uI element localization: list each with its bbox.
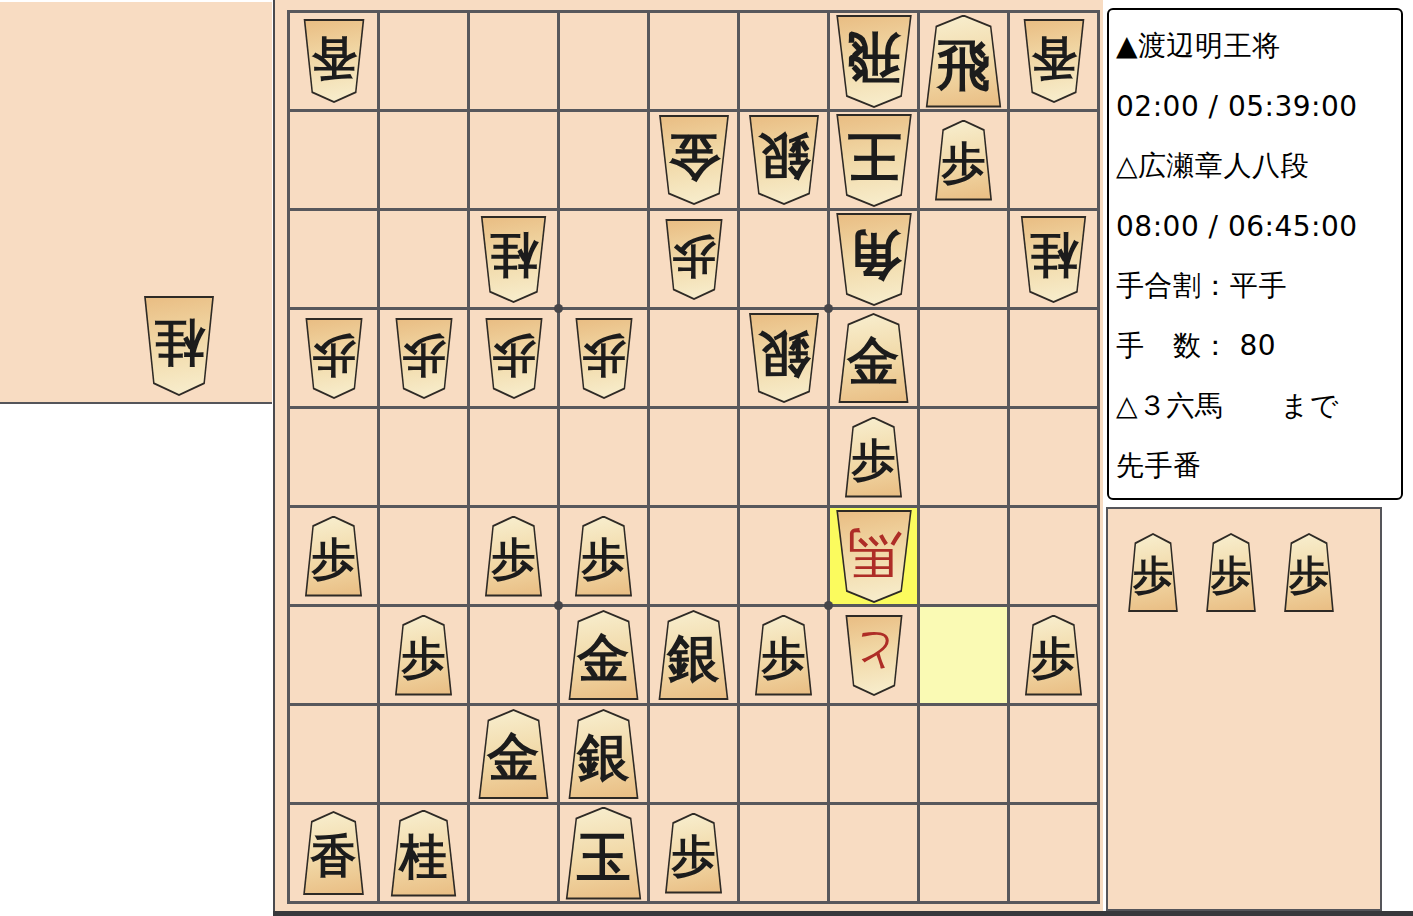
- square-65: [560, 409, 647, 505]
- piece-tokin-gote: と: [843, 615, 905, 696]
- square-39: [830, 805, 917, 901]
- square-61: [560, 13, 647, 109]
- square-35: 歩: [830, 409, 917, 505]
- piece-pawn-sente: 歩: [753, 615, 815, 696]
- player-gote-name: △広瀬章人八段: [1116, 136, 1401, 196]
- square-51: [650, 13, 737, 109]
- last-move-line: △３六馬 まで: [1116, 376, 1401, 436]
- square-58: [650, 706, 737, 802]
- square-68: 銀: [560, 706, 647, 802]
- piece-king-sente: 玉: [563, 807, 645, 900]
- piece-kanji: 歩: [393, 615, 455, 696]
- piece-kanji: 歩: [303, 318, 365, 399]
- square-95: [290, 409, 377, 505]
- player-sente-time: 02:00 / 05:39:00: [1116, 76, 1401, 136]
- square-82: [380, 112, 467, 208]
- square-92: [290, 112, 377, 208]
- piece-kanji: 香: [301, 811, 367, 895]
- square-36: 馬: [830, 508, 917, 604]
- shogi-board-panel: 香飛飛香金銀王歩桂歩角桂歩歩歩歩銀金歩歩歩歩馬歩金銀歩と歩金銀香桂玉歩: [273, 0, 1103, 911]
- piece-kanji: 歩: [843, 417, 905, 498]
- piece-kanji: 歩: [483, 516, 545, 597]
- square-76: 歩: [470, 508, 557, 604]
- piece-kanji: 銀: [746, 115, 822, 205]
- piece-pawn-gote: 歩: [303, 318, 365, 399]
- player-sente-name: ▲渡辺明王将: [1116, 16, 1401, 76]
- piece-kanji: 王: [833, 114, 915, 207]
- game-info-panel: ▲渡辺明王将 02:00 / 05:39:00 △広瀬章人八段 08:00 / …: [1107, 8, 1403, 500]
- square-54: [650, 310, 737, 406]
- piece-knight-gote: 桂: [478, 216, 549, 303]
- piece-bishop-gote: 角: [833, 213, 915, 306]
- square-31: 飛: [830, 13, 917, 109]
- piece-pawn-sente: 歩: [843, 417, 905, 498]
- gote-hand-pieces: 桂: [141, 296, 217, 396]
- piece-kanji: 銀: [656, 610, 732, 700]
- square-11: 香: [1010, 13, 1097, 109]
- piece-kanji: 歩: [1282, 533, 1336, 612]
- piece-pawn-sente: 歩: [1204, 533, 1258, 612]
- square-45: [740, 409, 827, 505]
- piece-pawn-gote: 歩: [483, 318, 545, 399]
- square-42: 銀: [740, 112, 827, 208]
- turn-indicator-line: 先手番: [1116, 436, 1401, 496]
- square-41: [740, 13, 827, 109]
- piece-kanji: 桂: [388, 810, 459, 897]
- square-49: [740, 805, 827, 901]
- piece-kanji: 金: [656, 115, 732, 205]
- square-86: [380, 508, 467, 604]
- piece-kanji: 歩: [573, 516, 635, 597]
- piece-horse-gote: 馬: [833, 510, 915, 603]
- shogi-board-grid: 香飛飛香金銀王歩桂歩角桂歩歩歩歩銀金歩歩歩歩馬歩金銀歩と歩金銀香桂玉歩: [287, 10, 1100, 904]
- piece-kanji: 角: [833, 213, 915, 306]
- square-78: 金: [470, 706, 557, 802]
- square-37: と: [830, 607, 917, 703]
- square-87: 歩: [380, 607, 467, 703]
- square-91: 香: [290, 13, 377, 109]
- square-75: [470, 409, 557, 505]
- piece-kanji: 金: [566, 610, 642, 700]
- square-26: [920, 508, 1007, 604]
- piece-kanji: 歩: [1126, 533, 1180, 612]
- square-53: 歩: [650, 211, 737, 307]
- square-25: [920, 409, 1007, 505]
- square-24: [920, 310, 1007, 406]
- square-44: 銀: [740, 310, 827, 406]
- piece-pawn-sente: 歩: [483, 516, 545, 597]
- square-71: [470, 13, 557, 109]
- piece-kanji: 歩: [1204, 533, 1258, 612]
- piece-gold-sente: 金: [476, 709, 552, 799]
- piece-kanji: 歩: [483, 318, 545, 399]
- piece-kanji: 桂: [478, 216, 549, 303]
- square-93: [290, 211, 377, 307]
- square-81: [380, 13, 467, 109]
- piece-pawn-sente: 歩: [303, 516, 365, 597]
- piece-pawn-sente: 歩: [1023, 615, 1085, 696]
- piece-kanji: 金: [476, 709, 552, 799]
- piece-pawn-sente: 歩: [573, 516, 635, 597]
- piece-kanji: 桂: [1018, 216, 1089, 303]
- piece-pawn-gote: 歩: [573, 318, 635, 399]
- piece-kanji: 銀: [566, 709, 642, 799]
- piece-pawn-sente: 歩: [1282, 533, 1336, 612]
- square-94: 歩: [290, 310, 377, 406]
- piece-knight-gote: 桂: [1018, 216, 1089, 303]
- piece-lance-gote: 香: [1021, 19, 1087, 103]
- square-12: [1010, 112, 1097, 208]
- square-34: 金: [830, 310, 917, 406]
- square-77: [470, 607, 557, 703]
- square-69: 玉: [560, 805, 647, 901]
- piece-rook-sente: 飛: [923, 15, 1005, 108]
- piece-kanji: 馬: [833, 510, 915, 603]
- piece-silver-gote: 銀: [746, 313, 822, 403]
- piece-gold-gote: 金: [656, 115, 732, 205]
- piece-kanji: 歩: [393, 318, 455, 399]
- square-98: [290, 706, 377, 802]
- piece-kanji: 歩: [663, 813, 725, 894]
- hoshi-dot: [824, 304, 833, 313]
- piece-pawn-sente: 歩: [933, 120, 995, 201]
- square-73: 桂: [470, 211, 557, 307]
- piece-kanji: 飛: [923, 15, 1005, 108]
- square-46: [740, 508, 827, 604]
- square-18: [1010, 706, 1097, 802]
- piece-kanji: 桂: [141, 296, 217, 396]
- piece-kanji: 香: [1021, 19, 1087, 103]
- square-97: [290, 607, 377, 703]
- square-14: [1010, 310, 1097, 406]
- piece-knight-gote: 桂: [141, 296, 217, 396]
- handicap-line: 手合割：平手: [1116, 256, 1401, 316]
- square-21: 飛: [920, 13, 1007, 109]
- square-59: 歩: [650, 805, 737, 901]
- square-99: 香: [290, 805, 377, 901]
- square-15: [1010, 409, 1097, 505]
- square-48: [740, 706, 827, 802]
- square-19: [1010, 805, 1097, 901]
- square-13: 桂: [1010, 211, 1097, 307]
- square-43: [740, 211, 827, 307]
- piece-pawn-gote: 歩: [393, 318, 455, 399]
- piece-gold-sente: 金: [566, 610, 642, 700]
- square-52: 金: [650, 112, 737, 208]
- sente-captured-tray: 歩歩歩: [1106, 507, 1382, 911]
- move-count-line: 手 数： 80: [1116, 316, 1401, 376]
- square-27: [920, 607, 1007, 703]
- square-62: [560, 112, 647, 208]
- square-89: 桂: [380, 805, 467, 901]
- piece-kanji: 銀: [746, 313, 822, 403]
- square-32: 王: [830, 112, 917, 208]
- square-17: 歩: [1010, 607, 1097, 703]
- square-29: [920, 805, 1007, 901]
- piece-pawn-gote: 歩: [663, 219, 725, 300]
- square-57: 銀: [650, 607, 737, 703]
- piece-kanji: 香: [301, 19, 367, 103]
- square-28: [920, 706, 1007, 802]
- square-64: 歩: [560, 310, 647, 406]
- square-23: [920, 211, 1007, 307]
- hoshi-dot: [554, 601, 563, 610]
- player-gote-time: 08:00 / 06:45:00: [1116, 196, 1401, 256]
- piece-kanji: と: [843, 615, 905, 696]
- piece-kanji: 歩: [303, 516, 365, 597]
- piece-pawn-sente: 歩: [1126, 533, 1180, 612]
- square-63: [560, 211, 647, 307]
- hoshi-dot: [554, 304, 563, 313]
- square-56: [650, 508, 737, 604]
- hoshi-dot: [824, 601, 833, 610]
- square-38: [830, 706, 917, 802]
- piece-kanji: 歩: [1023, 615, 1085, 696]
- piece-king-gote: 王: [833, 114, 915, 207]
- piece-rook-gote: 飛: [833, 15, 915, 108]
- piece-kanji: 歩: [933, 120, 995, 201]
- piece-silver-sente: 銀: [656, 610, 732, 700]
- gote-captured-tray: 桂: [0, 2, 272, 404]
- piece-kanji: 歩: [753, 615, 815, 696]
- square-47: 歩: [740, 607, 827, 703]
- square-55: [650, 409, 737, 505]
- piece-lance-sente: 香: [301, 811, 367, 895]
- square-72: [470, 112, 557, 208]
- square-88: [380, 706, 467, 802]
- square-85: [380, 409, 467, 505]
- piece-kanji: 歩: [663, 219, 725, 300]
- square-66: 歩: [560, 508, 647, 604]
- piece-pawn-sente: 歩: [663, 813, 725, 894]
- piece-lance-gote: 香: [301, 19, 367, 103]
- piece-kanji: 金: [836, 313, 912, 403]
- piece-kanji: 歩: [573, 318, 635, 399]
- square-16: [1010, 508, 1097, 604]
- window-bottom-border: [273, 911, 1413, 916]
- square-74: 歩: [470, 310, 557, 406]
- square-79: [470, 805, 557, 901]
- square-33: 角: [830, 211, 917, 307]
- piece-kanji: 飛: [833, 15, 915, 108]
- piece-knight-sente: 桂: [388, 810, 459, 897]
- square-67: 金: [560, 607, 647, 703]
- piece-silver-gote: 銀: [746, 115, 822, 205]
- piece-pawn-sente: 歩: [393, 615, 455, 696]
- square-96: 歩: [290, 508, 377, 604]
- square-22: 歩: [920, 112, 1007, 208]
- piece-kanji: 玉: [563, 807, 645, 900]
- piece-gold-sente: 金: [836, 313, 912, 403]
- square-83: [380, 211, 467, 307]
- piece-silver-sente: 銀: [566, 709, 642, 799]
- square-84: 歩: [380, 310, 467, 406]
